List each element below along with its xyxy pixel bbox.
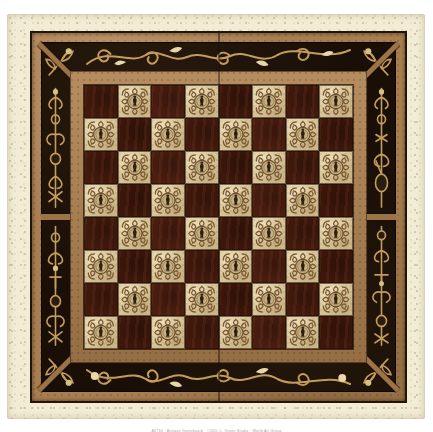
square-e1 (219, 316, 253, 349)
square-e7 (219, 118, 253, 151)
marquetry-scroll-icon (151, 118, 185, 151)
marquetry-scroll-icon (219, 316, 253, 349)
square-f8 (252, 85, 286, 118)
square-e3 (219, 250, 253, 283)
square-h5 (319, 184, 353, 217)
square-c3 (151, 250, 185, 283)
candelabra-icon (41, 82, 70, 214)
square-a4 (84, 217, 118, 250)
square-g7 (286, 118, 320, 151)
square-c4 (151, 217, 185, 250)
square-g3 (286, 250, 320, 283)
framed-print (30, 31, 407, 403)
square-d3 (185, 250, 219, 283)
square-h3 (319, 250, 353, 283)
square-g8 (286, 85, 320, 118)
marquetry-scroll-icon (118, 217, 152, 250)
square-f2 (252, 283, 286, 316)
square-f7 (252, 118, 286, 151)
square-b7 (118, 118, 152, 151)
marquetry-scroll-icon (185, 85, 219, 118)
square-g5 (286, 184, 320, 217)
marquetry-scroll-icon (252, 85, 286, 118)
square-e6 (219, 151, 253, 184)
square-g2 (286, 283, 320, 316)
square-c8 (151, 85, 185, 118)
marquetry-scroll-icon (219, 250, 253, 283)
marquetry-scroll-icon (84, 118, 118, 151)
square-c1 (151, 316, 185, 349)
square-c6 (151, 151, 185, 184)
marquetry-scroll-icon (319, 283, 353, 316)
marquetry-scroll-icon (252, 151, 286, 184)
square-g1 (286, 316, 320, 349)
square-a5 (84, 184, 118, 217)
square-f4 (252, 217, 286, 250)
trophy-ornament-left (41, 82, 70, 352)
square-d5 (185, 184, 219, 217)
marquetry-scroll-icon (151, 250, 185, 283)
marquetry-scroll-icon (118, 85, 152, 118)
trophy-ornament-right (367, 82, 396, 352)
square-h7 (319, 118, 353, 151)
marquetry-scroll-icon (84, 184, 118, 217)
square-h2 (319, 283, 353, 316)
marquetry-scroll-icon (252, 217, 286, 250)
square-d2 (185, 283, 219, 316)
candelabra-icon (367, 220, 396, 352)
square-d4 (185, 217, 219, 250)
marquetry-scroll-icon (185, 217, 219, 250)
marquetry-scroll-icon (118, 283, 152, 316)
square-h6 (319, 151, 353, 184)
marquetry-scroll-icon (286, 316, 320, 349)
square-b4 (118, 217, 152, 250)
border-panel-divider (41, 214, 70, 221)
square-d8 (185, 85, 219, 118)
board-fold-seam (218, 33, 220, 401)
square-b2 (118, 283, 152, 316)
marquetry-scroll-icon (118, 151, 152, 184)
marquetry-scroll-icon (219, 118, 253, 151)
square-d7 (185, 118, 219, 151)
square-h1 (319, 316, 353, 349)
square-a7 (84, 118, 118, 151)
square-c5 (151, 184, 185, 217)
square-f1 (252, 316, 286, 349)
square-d6 (185, 151, 219, 184)
marquetry-scroll-icon (286, 118, 320, 151)
square-e4 (219, 217, 253, 250)
marquetry-scroll-icon (319, 85, 353, 118)
print-caption: A6734 · Antique Gameboard · ©20th C. Vis… (0, 420, 433, 432)
square-b8 (118, 85, 152, 118)
square-b5 (118, 184, 152, 217)
page: A6734 · Antique Gameboard · ©20th C. Vis… (0, 0, 433, 432)
square-a3 (84, 250, 118, 283)
square-g6 (286, 151, 320, 184)
candelabra-icon (41, 220, 70, 352)
square-g4 (286, 217, 320, 250)
square-c2 (151, 283, 185, 316)
marquetry-scroll-icon (185, 151, 219, 184)
square-a1 (84, 316, 118, 349)
art-paper (7, 14, 425, 419)
square-a6 (84, 151, 118, 184)
square-c7 (151, 118, 185, 151)
square-h8 (319, 85, 353, 118)
marquetry-scroll-icon (286, 250, 320, 283)
candelabra-icon (367, 82, 396, 214)
square-f5 (252, 184, 286, 217)
square-f6 (252, 151, 286, 184)
marquetry-scroll-icon (151, 184, 185, 217)
square-b1 (118, 316, 152, 349)
square-e8 (219, 85, 253, 118)
marquetry-scroll-icon (319, 151, 353, 184)
marquetry-scroll-icon (286, 184, 320, 217)
marquetry-scroll-icon (252, 283, 286, 316)
marquetry-scroll-icon (84, 250, 118, 283)
marquetry-scroll-icon (185, 283, 219, 316)
square-a2 (84, 283, 118, 316)
square-b3 (118, 250, 152, 283)
border-panel-divider (367, 214, 396, 221)
square-b6 (118, 151, 152, 184)
square-e2 (219, 283, 253, 316)
square-d1 (185, 316, 219, 349)
square-e5 (219, 184, 253, 217)
marquetry-scroll-icon (84, 316, 118, 349)
square-h4 (319, 217, 353, 250)
square-a8 (84, 85, 118, 118)
marquetry-scroll-icon (319, 217, 353, 250)
marquetry-scroll-icon (219, 184, 253, 217)
square-f3 (252, 250, 286, 283)
marquetry-scroll-icon (151, 316, 185, 349)
